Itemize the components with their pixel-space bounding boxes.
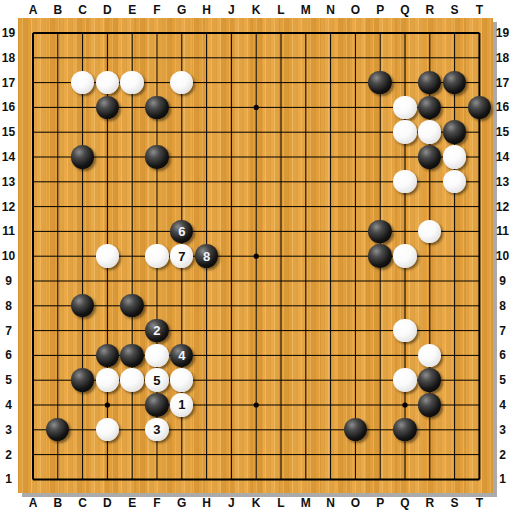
stone-white-E17	[120, 71, 143, 94]
stone-black-P11	[368, 220, 391, 243]
stone-white-R15	[418, 120, 441, 143]
stone-white-D17	[96, 71, 119, 94]
col-label-top-M: M	[293, 1, 318, 18]
col-label-bottom-S: S	[442, 494, 467, 511]
row-label-left-16: 16	[0, 95, 17, 120]
row-label-right-13: 13	[494, 169, 511, 194]
row-label-right-18: 18	[494, 45, 511, 70]
stone-black-C8	[71, 294, 94, 317]
row-label-left-3: 3	[0, 417, 17, 442]
stone-black-C14	[71, 145, 94, 168]
row-label-left-12: 12	[0, 194, 17, 219]
stone-black-move-2: 2	[145, 319, 168, 342]
col-label-bottom-Q: Q	[393, 494, 418, 511]
row-label-left-14: 14	[0, 145, 17, 170]
move-number-label: 6	[178, 224, 185, 239]
stone-white-R6	[418, 344, 441, 367]
col-label-bottom-G: G	[169, 494, 194, 511]
col-label-top-P: P	[368, 1, 393, 18]
stone-black-T16	[468, 96, 491, 119]
stone-black-P10	[368, 244, 391, 267]
row-label-right-15: 15	[494, 120, 511, 145]
board-surface[interactable]: 67824513	[21, 21, 492, 492]
col-label-bottom-R: R	[417, 494, 442, 511]
row-label-left-7: 7	[0, 318, 17, 343]
row-label-right-3: 3	[494, 417, 511, 442]
col-label-top-G: G	[169, 1, 194, 18]
go-board-diagram: ABCDEFGHJKLMNOPQRST ABCDEFGHJKLMNOPQRST …	[0, 0, 511, 511]
row-label-right-8: 8	[494, 293, 511, 318]
col-label-top-O: O	[343, 1, 368, 18]
row-label-left-6: 6	[0, 343, 17, 368]
col-label-bottom-B: B	[45, 494, 70, 511]
stone-white-R11	[418, 220, 441, 243]
row-label-left-19: 19	[0, 21, 17, 46]
row-label-right-19: 19	[494, 21, 511, 46]
col-label-top-K: K	[244, 1, 269, 18]
stone-black-R14	[418, 145, 441, 168]
stone-white-move-3: 3	[145, 418, 168, 441]
row-label-left-8: 8	[0, 293, 17, 318]
row-label-right-14: 14	[494, 145, 511, 170]
row-labels-right: 19181716151413121110987654321	[494, 21, 511, 492]
col-label-bottom-O: O	[343, 494, 368, 511]
stone-black-move-6: 6	[170, 220, 193, 243]
stone-white-S14	[443, 145, 466, 168]
stone-black-move-8: 8	[195, 244, 218, 267]
stone-white-D10	[96, 244, 119, 267]
col-label-top-D: D	[95, 1, 120, 18]
row-label-right-12: 12	[494, 194, 511, 219]
col-label-bottom-A: A	[21, 494, 46, 511]
col-label-bottom-T: T	[467, 494, 492, 511]
stone-black-S15	[443, 120, 466, 143]
col-label-bottom-E: E	[120, 494, 145, 511]
stone-white-move-7: 7	[170, 244, 193, 267]
col-label-top-H: H	[194, 1, 219, 18]
stone-white-Q7	[393, 319, 416, 342]
col-label-top-B: B	[45, 1, 70, 18]
row-label-left-4: 4	[0, 393, 17, 418]
row-label-left-13: 13	[0, 169, 17, 194]
stone-white-D5	[96, 368, 119, 391]
col-label-top-L: L	[269, 1, 294, 18]
row-label-left-5: 5	[0, 368, 17, 393]
row-label-right-16: 16	[494, 95, 511, 120]
stone-white-F10	[145, 244, 168, 267]
row-label-left-15: 15	[0, 120, 17, 145]
row-label-right-1: 1	[494, 467, 511, 492]
move-number-label: 4	[178, 348, 185, 363]
col-label-bottom-P: P	[368, 494, 393, 511]
row-label-right-10: 10	[494, 244, 511, 269]
row-label-left-1: 1	[0, 467, 17, 492]
col-label-bottom-F: F	[145, 494, 170, 511]
row-label-right-5: 5	[494, 368, 511, 393]
row-label-left-17: 17	[0, 70, 17, 95]
col-label-bottom-K: K	[244, 494, 269, 511]
row-label-right-9: 9	[494, 269, 511, 294]
stone-black-C5	[71, 368, 94, 391]
move-number-label: 3	[153, 422, 160, 437]
col-label-bottom-D: D	[95, 494, 120, 511]
col-label-top-A: A	[21, 1, 46, 18]
move-number-label: 1	[178, 397, 185, 412]
stone-white-move-5: 5	[145, 368, 168, 391]
stone-white-move-1: 1	[170, 393, 193, 416]
stone-black-D6	[96, 344, 119, 367]
stone-black-Q3	[393, 418, 416, 441]
row-labels-left: 19181716151413121110987654321	[0, 21, 17, 492]
stone-black-R4	[418, 393, 441, 416]
stone-black-F4	[145, 393, 168, 416]
row-label-right-17: 17	[494, 70, 511, 95]
stone-black-D16	[96, 96, 119, 119]
col-label-bottom-L: L	[269, 494, 294, 511]
stone-white-Q10	[393, 244, 416, 267]
stone-white-Q5	[393, 368, 416, 391]
move-number-label: 8	[203, 249, 210, 264]
stone-black-R17	[418, 71, 441, 94]
stone-black-E8	[120, 294, 143, 317]
row-label-right-7: 7	[494, 318, 511, 343]
stone-white-G5	[170, 368, 193, 391]
stone-black-R5	[418, 368, 441, 391]
stone-white-D3	[96, 418, 119, 441]
move-number-label: 2	[153, 323, 160, 338]
row-label-left-2: 2	[0, 442, 17, 467]
row-label-right-11: 11	[494, 219, 511, 244]
stone-black-E6	[120, 344, 143, 367]
col-label-top-F: F	[145, 1, 170, 18]
stone-black-P17	[368, 71, 391, 94]
stone-black-S17	[443, 71, 466, 94]
col-label-bottom-C: C	[70, 494, 95, 511]
stone-white-Q15	[393, 120, 416, 143]
col-label-top-J: J	[219, 1, 244, 18]
col-label-bottom-N: N	[318, 494, 343, 511]
row-label-right-2: 2	[494, 442, 511, 467]
stone-white-S13	[443, 170, 466, 193]
stone-white-C17	[71, 71, 94, 94]
row-label-right-4: 4	[494, 393, 511, 418]
col-label-top-T: T	[467, 1, 492, 18]
row-label-left-18: 18	[0, 45, 17, 70]
stone-black-F14	[145, 145, 168, 168]
row-label-left-10: 10	[0, 244, 17, 269]
col-label-top-N: N	[318, 1, 343, 18]
row-label-left-11: 11	[0, 219, 17, 244]
move-number-label: 5	[153, 373, 160, 388]
col-label-top-C: C	[70, 1, 95, 18]
stone-black-B3	[46, 418, 69, 441]
row-label-left-9: 9	[0, 269, 17, 294]
column-labels-bottom: ABCDEFGHJKLMNOPQRST	[21, 494, 492, 511]
stone-white-G17	[170, 71, 193, 94]
move-number-label: 7	[178, 249, 185, 264]
stone-white-F6	[145, 344, 168, 367]
column-labels-top: ABCDEFGHJKLMNOPQRST	[21, 1, 492, 18]
col-label-top-Q: Q	[393, 1, 418, 18]
col-label-top-R: R	[417, 1, 442, 18]
row-label-right-6: 6	[494, 343, 511, 368]
stone-white-Q13	[393, 170, 416, 193]
col-label-bottom-M: M	[293, 494, 318, 511]
stone-white-Q16	[393, 96, 416, 119]
stone-black-R16	[418, 96, 441, 119]
col-label-top-S: S	[442, 1, 467, 18]
stone-black-O3	[344, 418, 367, 441]
stone-white-E5	[120, 368, 143, 391]
col-label-bottom-H: H	[194, 494, 219, 511]
col-label-top-E: E	[120, 1, 145, 18]
stone-black-move-4: 4	[170, 344, 193, 367]
col-label-bottom-J: J	[219, 494, 244, 511]
stone-black-F16	[145, 96, 168, 119]
